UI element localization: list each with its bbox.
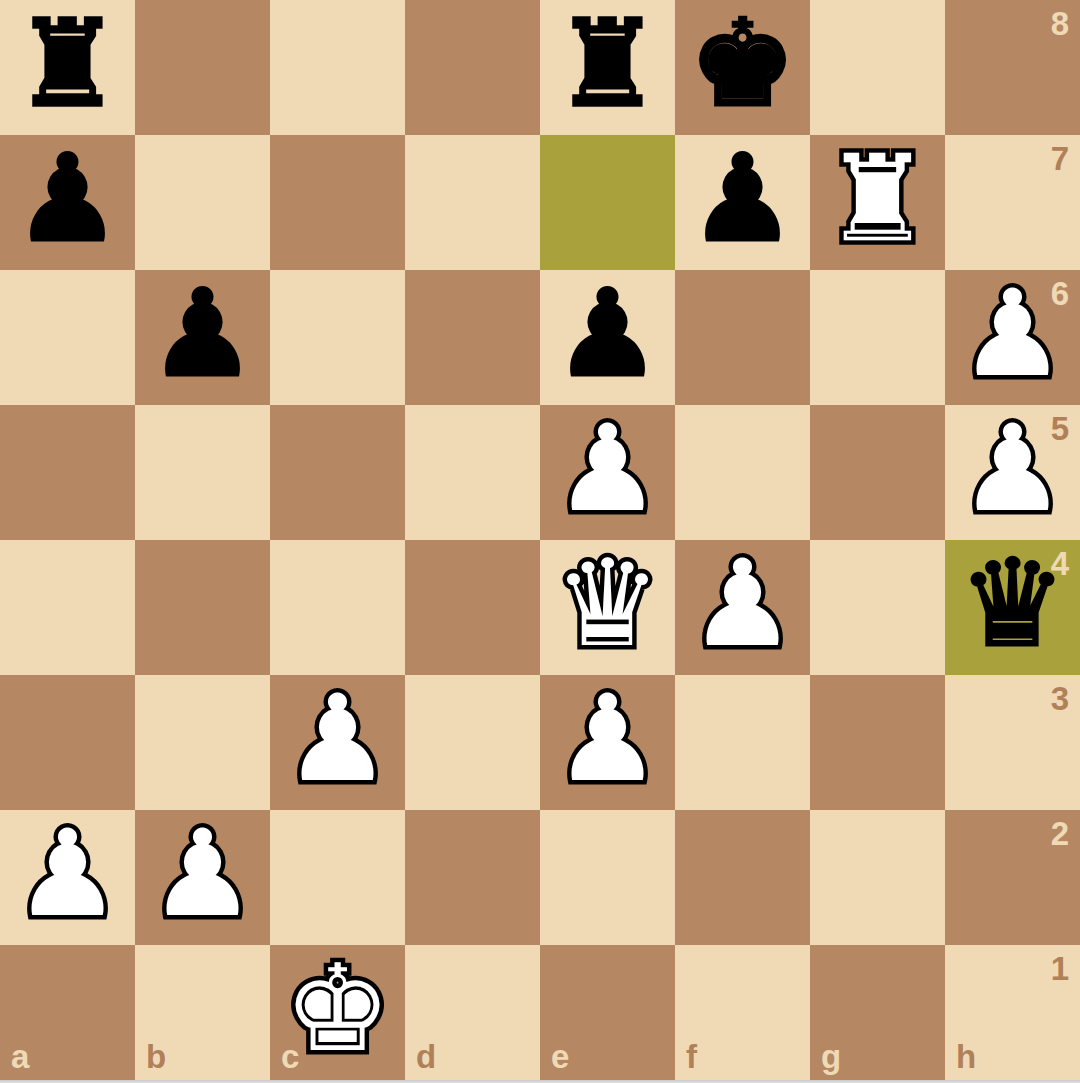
square-b1[interactable]: b [135, 945, 270, 1080]
black-rook-piece[interactable]: ♜♜ [0, 0, 135, 135]
square-f1[interactable]: f [675, 945, 810, 1080]
square-b2[interactable]: ♟♟ [135, 810, 270, 945]
black-rook-icon: ♜ [554, 4, 662, 124]
file-label-b: b [146, 1040, 166, 1073]
square-h1[interactable]: 1h [945, 945, 1080, 1080]
square-f6[interactable] [675, 270, 810, 405]
square-c5[interactable] [270, 405, 405, 540]
white-pawn-piece[interactable]: ♟♟ [675, 540, 810, 675]
rank-label-1: 1 [1051, 952, 1069, 985]
white-rook-piece[interactable]: ♜♜ [810, 135, 945, 270]
square-c1[interactable]: c♚♚ [270, 945, 405, 1080]
square-d6[interactable] [405, 270, 540, 405]
file-label-d: d [416, 1040, 436, 1073]
square-c3[interactable]: ♟♟ [270, 675, 405, 810]
black-pawn-icon: ♟ [689, 139, 797, 259]
black-pawn-icon: ♟ [149, 274, 257, 394]
white-pawn-icon: ♟ [284, 679, 392, 799]
white-pawn-piece[interactable]: ♟♟ [0, 810, 135, 945]
square-d3[interactable] [405, 675, 540, 810]
square-d4[interactable] [405, 540, 540, 675]
rank-label-7: 7 [1051, 142, 1069, 175]
square-c7[interactable] [270, 135, 405, 270]
square-a1[interactable]: a [0, 945, 135, 1080]
square-c2[interactable] [270, 810, 405, 945]
square-f5[interactable] [675, 405, 810, 540]
square-b8[interactable] [135, 0, 270, 135]
white-king-piece[interactable]: ♚♚ [270, 945, 405, 1080]
square-g8[interactable] [810, 0, 945, 135]
square-g3[interactable] [810, 675, 945, 810]
white-pawn-piece[interactable]: ♟♟ [945, 270, 1080, 405]
square-f3[interactable] [675, 675, 810, 810]
rank-label-8: 8 [1051, 7, 1069, 40]
white-pawn-icon: ♟ [959, 409, 1067, 529]
square-f7[interactable]: ♟♟ [675, 135, 810, 270]
square-e8[interactable]: ♜♜ [540, 0, 675, 135]
file-label-a: a [11, 1040, 29, 1073]
square-g7[interactable]: ♜♜ [810, 135, 945, 270]
chess-board: ♜♜♜♜♚♚8♟♟♟♟♜♜7♟♟♟♟6♟♟♟♟5♟♟♛♛♟♟4♛♛♟♟♟♟3♟♟… [0, 0, 1080, 1080]
file-label-e: e [551, 1040, 569, 1073]
black-queen-icon: ♛ [959, 544, 1067, 664]
square-g4[interactable] [810, 540, 945, 675]
square-a4[interactable] [0, 540, 135, 675]
square-h2[interactable]: 2 [945, 810, 1080, 945]
white-queen-icon: ♛ [554, 544, 662, 664]
square-b3[interactable] [135, 675, 270, 810]
file-label-g: g [821, 1040, 841, 1073]
white-pawn-piece[interactable]: ♟♟ [270, 675, 405, 810]
rank-label-2: 2 [1051, 817, 1069, 850]
square-b5[interactable] [135, 405, 270, 540]
white-pawn-piece[interactable]: ♟♟ [945, 405, 1080, 540]
white-pawn-icon: ♟ [554, 679, 662, 799]
square-a8[interactable]: ♜♜ [0, 0, 135, 135]
square-g1[interactable]: g [810, 945, 945, 1080]
white-pawn-icon: ♟ [689, 544, 797, 664]
square-d1[interactable]: d [405, 945, 540, 1080]
black-king-icon: ♚ [689, 4, 797, 124]
file-label-f: f [686, 1040, 697, 1073]
black-pawn-icon: ♟ [554, 274, 662, 394]
square-g6[interactable] [810, 270, 945, 405]
square-d7[interactable] [405, 135, 540, 270]
black-rook-piece[interactable]: ♜♜ [540, 0, 675, 135]
square-a6[interactable] [0, 270, 135, 405]
square-e2[interactable] [540, 810, 675, 945]
square-a3[interactable] [0, 675, 135, 810]
square-e1[interactable]: e [540, 945, 675, 1080]
black-pawn-piece[interactable]: ♟♟ [540, 270, 675, 405]
square-a2[interactable]: ♟♟ [0, 810, 135, 945]
white-pawn-icon: ♟ [149, 814, 257, 934]
square-e3[interactable]: ♟♟ [540, 675, 675, 810]
chess-app: ♜♜♜♜♚♚8♟♟♟♟♜♜7♟♟♟♟6♟♟♟♟5♟♟♛♛♟♟4♛♛♟♟♟♟3♟♟… [0, 0, 1080, 1083]
square-b6[interactable]: ♟♟ [135, 270, 270, 405]
black-rook-icon: ♜ [14, 4, 122, 124]
square-f8[interactable]: ♚♚ [675, 0, 810, 135]
square-a5[interactable] [0, 405, 135, 540]
square-b4[interactable] [135, 540, 270, 675]
black-queen-piece[interactable]: ♛♛ [945, 540, 1080, 675]
square-d2[interactable] [405, 810, 540, 945]
white-pawn-piece[interactable]: ♟♟ [540, 675, 675, 810]
square-f4[interactable]: ♟♟ [675, 540, 810, 675]
square-h7[interactable]: 7 [945, 135, 1080, 270]
rank-label-3: 3 [1051, 682, 1069, 715]
square-f2[interactable] [675, 810, 810, 945]
black-pawn-piece[interactable]: ♟♟ [675, 135, 810, 270]
square-h4[interactable]: 4♛♛ [945, 540, 1080, 675]
white-pawn-icon: ♟ [14, 814, 122, 934]
square-c4[interactable] [270, 540, 405, 675]
white-pawn-icon: ♟ [554, 409, 662, 529]
square-e5[interactable]: ♟♟ [540, 405, 675, 540]
white-rook-icon: ♜ [824, 139, 932, 259]
black-pawn-piece[interactable]: ♟♟ [135, 270, 270, 405]
file-label-h: h [956, 1040, 976, 1073]
black-king-piece[interactable]: ♚♚ [675, 0, 810, 135]
white-pawn-piece[interactable]: ♟♟ [540, 405, 675, 540]
square-g2[interactable] [810, 810, 945, 945]
square-d5[interactable] [405, 405, 540, 540]
square-h8[interactable]: 8 [945, 0, 1080, 135]
white-pawn-icon: ♟ [959, 274, 1067, 394]
white-pawn-piece[interactable]: ♟♟ [135, 810, 270, 945]
square-e6[interactable]: ♟♟ [540, 270, 675, 405]
square-d8[interactable] [405, 0, 540, 135]
square-e4[interactable]: ♛♛ [540, 540, 675, 675]
square-h3[interactable]: 3 [945, 675, 1080, 810]
black-pawn-piece[interactable]: ♟♟ [0, 135, 135, 270]
square-h5[interactable]: 5♟♟ [945, 405, 1080, 540]
white-king-icon: ♚ [284, 949, 392, 1069]
white-queen-piece[interactable]: ♛♛ [540, 540, 675, 675]
square-b7[interactable] [135, 135, 270, 270]
square-g5[interactable] [810, 405, 945, 540]
square-h6[interactable]: 6♟♟ [945, 270, 1080, 405]
square-e7[interactable] [540, 135, 675, 270]
black-pawn-icon: ♟ [14, 139, 122, 259]
square-c6[interactable] [270, 270, 405, 405]
square-a7[interactable]: ♟♟ [0, 135, 135, 270]
square-c8[interactable] [270, 0, 405, 135]
